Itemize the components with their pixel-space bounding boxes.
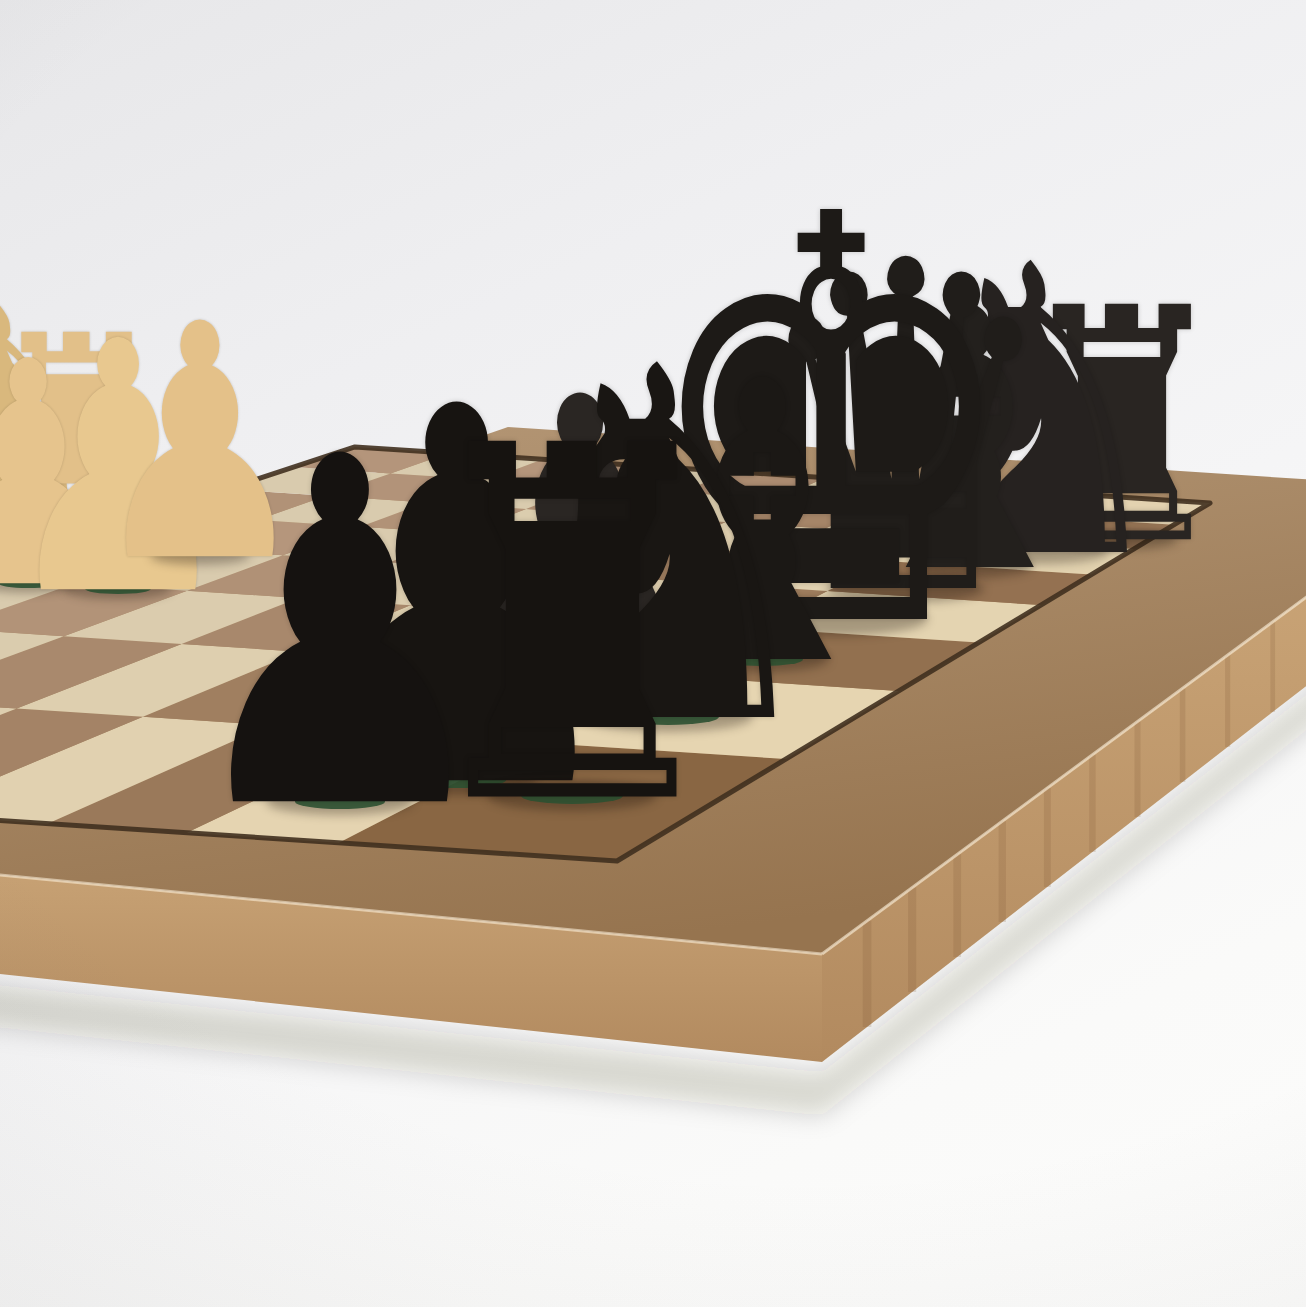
chess-set-product-photo: ♞♜♟♟♟♟♜♞♝♛♚♝♞♟♜♟	[0, 0, 1306, 1307]
pieces-layer: ♞♜♟♟♟♟♜♞♝♛♚♝♞♟♜♟	[0, 0, 1306, 1307]
black-pawn-h7: ♟	[67, 397, 613, 876]
